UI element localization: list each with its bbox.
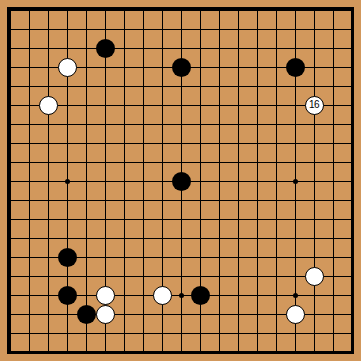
stone-white-f4 [96, 286, 115, 305]
stone-white-q3 [286, 305, 305, 324]
go-board: 16 [0, 0, 361, 361]
stone-black-q16 [286, 58, 305, 77]
stone-black-k16 [172, 58, 191, 77]
stone-white-j4 [153, 286, 172, 305]
stone-black-d6 [58, 248, 77, 267]
board-grid[interactable]: 16 [1, 1, 361, 361]
stone-black-f17 [96, 39, 115, 58]
stone-black-d4 [58, 286, 77, 305]
stone-black-l4 [191, 286, 210, 305]
hoshi-point [293, 293, 298, 298]
stone-black-e3 [77, 305, 96, 324]
stone-white-r14: 16 [305, 96, 324, 115]
stone-black-k10 [172, 172, 191, 191]
stone-white-c14 [39, 96, 58, 115]
stone-white-f3 [96, 305, 115, 324]
stone-white-r5 [305, 267, 324, 286]
hoshi-point [293, 179, 298, 184]
hoshi-point [179, 293, 184, 298]
stone-white-d16 [58, 58, 77, 77]
hoshi-point [65, 179, 70, 184]
move-number-label: 16 [309, 100, 319, 110]
